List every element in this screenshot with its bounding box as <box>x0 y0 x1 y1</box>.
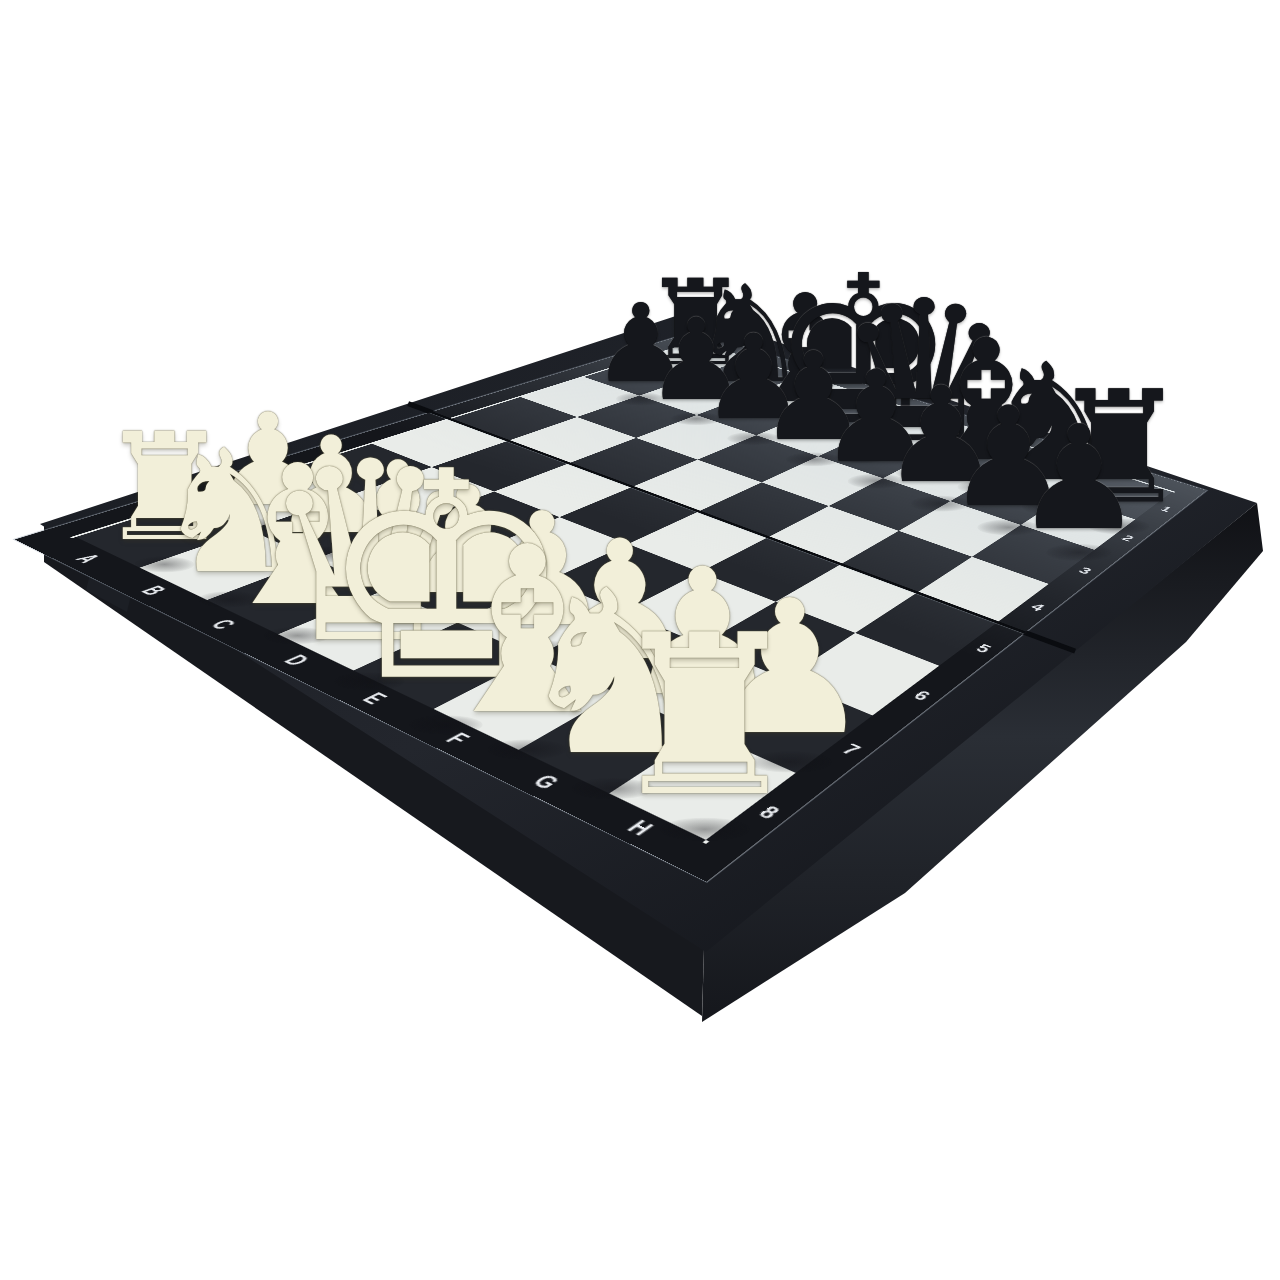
chess-set-photo: ABCDEFGH 12345678 ♜♞♝♚♛♝♞♜♟♟♟♟♟♟♟♟♟♟♟♟♟♟… <box>0 0 1280 1280</box>
